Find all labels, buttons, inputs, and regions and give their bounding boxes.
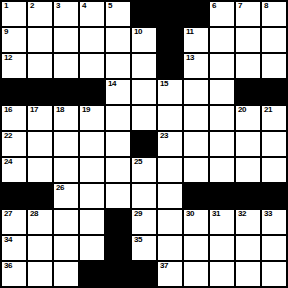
white-cell[interactable]: 21 [262, 106, 286, 130]
white-cell[interactable]: 28 [28, 210, 52, 234]
white-cell[interactable] [28, 262, 52, 286]
white-cell[interactable] [80, 236, 104, 260]
white-cell[interactable] [236, 236, 260, 260]
block-cell [184, 184, 208, 208]
white-cell[interactable] [210, 54, 234, 78]
white-cell[interactable] [80, 210, 104, 234]
crossword-board: 1234567891011121314151617181920212223242… [0, 0, 288, 288]
clue-number: 20 [238, 106, 246, 115]
clue-number: 30 [186, 210, 194, 219]
block-cell [236, 184, 260, 208]
white-cell[interactable]: 15 [158, 80, 182, 104]
clue-number: 25 [134, 158, 142, 167]
white-cell[interactable] [106, 54, 130, 78]
white-cell[interactable] [210, 158, 234, 182]
white-cell[interactable]: 10 [132, 28, 156, 52]
block-cell [28, 80, 52, 104]
white-cell[interactable] [80, 28, 104, 52]
white-cell[interactable] [184, 158, 208, 182]
white-cell[interactable] [262, 54, 286, 78]
white-cell[interactable] [262, 236, 286, 260]
clue-number: 31 [212, 210, 220, 219]
white-cell[interactable] [106, 184, 130, 208]
white-cell[interactable] [210, 236, 234, 260]
clue-number: 36 [4, 262, 12, 271]
white-cell[interactable]: 5 [106, 2, 130, 26]
white-cell[interactable]: 7 [236, 2, 260, 26]
block-cell [2, 184, 26, 208]
white-cell[interactable]: 31 [210, 210, 234, 234]
white-cell[interactable]: 23 [158, 132, 182, 156]
block-cell [80, 262, 104, 286]
clue-number: 23 [160, 132, 168, 141]
white-cell[interactable]: 22 [2, 132, 26, 156]
white-cell[interactable] [236, 54, 260, 78]
clue-number: 28 [30, 210, 38, 219]
white-cell[interactable]: 16 [2, 106, 26, 130]
clue-number: 5 [108, 2, 112, 11]
white-cell[interactable]: 8 [262, 2, 286, 26]
white-cell[interactable] [54, 158, 78, 182]
white-cell[interactable] [132, 80, 156, 104]
white-cell[interactable] [158, 236, 182, 260]
clue-number: 13 [186, 54, 194, 63]
block-cell [132, 132, 156, 156]
block-cell [262, 184, 286, 208]
white-cell[interactable] [236, 262, 260, 286]
white-cell[interactable] [54, 210, 78, 234]
white-cell[interactable] [184, 132, 208, 156]
clue-number: 33 [264, 210, 272, 219]
white-cell[interactable] [158, 106, 182, 130]
white-cell[interactable]: 18 [54, 106, 78, 130]
clue-number: 22 [4, 132, 12, 141]
white-cell[interactable] [184, 106, 208, 130]
clue-number: 14 [108, 80, 116, 89]
white-cell[interactable] [210, 80, 234, 104]
white-cell[interactable] [80, 54, 104, 78]
white-cell[interactable] [262, 28, 286, 52]
white-cell[interactable] [158, 158, 182, 182]
white-cell[interactable]: 34 [2, 236, 26, 260]
white-cell[interactable]: 12 [2, 54, 26, 78]
white-cell[interactable] [106, 28, 130, 52]
white-cell[interactable]: 17 [28, 106, 52, 130]
white-cell[interactable] [28, 158, 52, 182]
white-cell[interactable]: 4 [80, 2, 104, 26]
clue-number: 8 [264, 2, 268, 11]
clue-number: 16 [4, 106, 12, 115]
white-cell[interactable]: 19 [80, 106, 104, 130]
white-cell[interactable] [262, 262, 286, 286]
block-cell [54, 80, 78, 104]
clue-number: 34 [4, 236, 12, 245]
white-cell[interactable] [28, 54, 52, 78]
white-cell[interactable] [236, 158, 260, 182]
white-cell[interactable] [210, 132, 234, 156]
white-cell[interactable]: 3 [54, 2, 78, 26]
white-cell[interactable] [106, 158, 130, 182]
clue-number: 17 [30, 106, 38, 115]
white-cell[interactable]: 24 [2, 158, 26, 182]
clue-number: 12 [4, 54, 12, 63]
clue-number: 19 [82, 106, 90, 115]
white-cell[interactable] [132, 184, 156, 208]
clue-number: 27 [4, 210, 12, 219]
block-cell [106, 262, 130, 286]
white-cell[interactable]: 9 [2, 28, 26, 52]
white-cell[interactable] [80, 132, 104, 156]
white-cell[interactable] [262, 158, 286, 182]
clue-number: 11 [186, 28, 193, 37]
block-cell [28, 184, 52, 208]
white-cell[interactable]: 32 [236, 210, 260, 234]
white-cell[interactable] [210, 28, 234, 52]
white-cell[interactable]: 29 [132, 210, 156, 234]
white-cell[interactable] [54, 28, 78, 52]
block-cell [184, 2, 208, 26]
white-cell[interactable] [236, 28, 260, 52]
crossword-grid: 1234567891011121314151617181920212223242… [0, 0, 288, 288]
clue-number: 29 [134, 210, 142, 219]
white-cell[interactable] [54, 132, 78, 156]
clue-number: 2 [30, 2, 34, 11]
white-cell[interactable] [54, 236, 78, 260]
clue-number: 24 [4, 158, 12, 167]
white-cell[interactable]: 13 [184, 54, 208, 78]
block-cell [132, 2, 156, 26]
white-cell[interactable] [210, 106, 234, 130]
white-cell[interactable]: 37 [158, 262, 182, 286]
white-cell[interactable] [236, 132, 260, 156]
clue-number: 3 [56, 2, 60, 11]
white-cell[interactable]: 36 [2, 262, 26, 286]
white-cell[interactable]: 14 [106, 80, 130, 104]
white-cell[interactable]: 11 [184, 28, 208, 52]
clue-number: 10 [134, 28, 142, 37]
white-cell[interactable]: 33 [262, 210, 286, 234]
white-cell[interactable] [80, 184, 104, 208]
white-cell[interactable] [132, 54, 156, 78]
white-cell[interactable] [106, 106, 130, 130]
block-cell [80, 80, 104, 104]
block-cell [158, 2, 182, 26]
white-cell[interactable]: 26 [54, 184, 78, 208]
white-cell[interactable] [210, 262, 234, 286]
clue-number: 1 [4, 2, 8, 11]
white-cell[interactable] [28, 28, 52, 52]
clue-number: 15 [160, 80, 168, 89]
clue-number: 6 [212, 2, 216, 11]
clue-number: 32 [238, 210, 246, 219]
clue-number: 7 [238, 2, 242, 11]
white-cell[interactable] [54, 54, 78, 78]
block-cell [106, 236, 130, 260]
block-cell [132, 262, 156, 286]
block-cell [210, 184, 234, 208]
white-cell[interactable] [184, 236, 208, 260]
clue-number: 26 [56, 184, 64, 193]
block-cell [262, 80, 286, 104]
clue-number: 35 [134, 236, 142, 245]
white-cell[interactable] [28, 132, 52, 156]
clue-number: 21 [264, 106, 272, 115]
block-cell [236, 80, 260, 104]
white-cell[interactable] [28, 236, 52, 260]
white-cell[interactable] [158, 184, 182, 208]
block-cell [106, 210, 130, 234]
white-cell[interactable] [184, 80, 208, 104]
white-cell[interactable]: 20 [236, 106, 260, 130]
block-cell [2, 80, 26, 104]
white-cell[interactable]: 1 [2, 2, 26, 26]
white-cell[interactable]: 2 [28, 2, 52, 26]
white-cell[interactable] [80, 158, 104, 182]
block-cell [158, 28, 182, 52]
white-cell[interactable] [158, 210, 182, 234]
white-cell[interactable] [262, 132, 286, 156]
white-cell[interactable]: 30 [184, 210, 208, 234]
white-cell[interactable]: 25 [132, 158, 156, 182]
clue-number: 4 [82, 2, 86, 11]
clue-number: 37 [160, 262, 168, 271]
white-cell[interactable] [106, 132, 130, 156]
white-cell[interactable] [54, 262, 78, 286]
clue-number: 9 [4, 28, 8, 37]
block-cell [158, 54, 182, 78]
white-cell[interactable] [132, 106, 156, 130]
white-cell[interactable]: 35 [132, 236, 156, 260]
white-cell[interactable] [184, 262, 208, 286]
white-cell[interactable]: 6 [210, 2, 234, 26]
clue-number: 18 [56, 106, 64, 115]
white-cell[interactable]: 27 [2, 210, 26, 234]
